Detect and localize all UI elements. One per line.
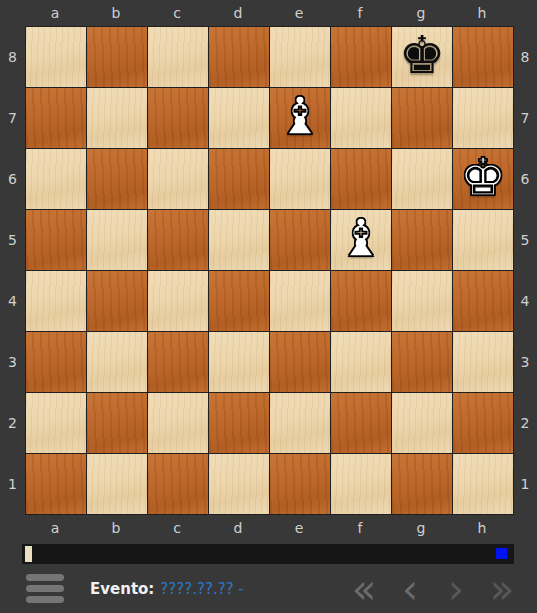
square-b5[interactable] [87,210,147,270]
square-b1[interactable] [87,454,147,514]
file-label-f: f [330,515,390,541]
square-a4[interactable] [26,271,86,331]
square-g1[interactable] [392,454,452,514]
chess-viewer: abcdefgh 87654321 ♚♝♚♝ 87654321 abcdefgh… [0,0,537,613]
square-c7[interactable] [148,88,208,148]
file-label-a: a [25,515,85,541]
game-seekbar[interactable] [22,544,514,564]
rank-label-3: 3 [514,332,536,392]
white-king: ♚ [460,151,507,203]
rank-label-1: 1 [0,454,25,514]
square-b7[interactable] [87,88,147,148]
first-move-button[interactable]: « [343,567,385,611]
square-e7[interactable]: ♝ [270,88,330,148]
square-f2[interactable] [331,393,391,453]
file-label-c: c [147,0,207,26]
rank-label-5: 5 [0,210,25,270]
square-b8[interactable] [87,27,147,87]
square-c2[interactable] [148,393,208,453]
square-c4[interactable] [148,271,208,331]
square-f8[interactable] [331,27,391,87]
square-a2[interactable] [26,393,86,453]
rank-label-2: 2 [514,393,536,453]
file-label-e: e [269,515,329,541]
square-f6[interactable] [331,149,391,209]
last-move-button[interactable]: » [481,567,523,611]
square-h4[interactable] [453,271,513,331]
file-label-d: d [208,0,268,26]
file-label-h: h [452,515,512,541]
square-h8[interactable] [453,27,513,87]
file-label-g: g [391,515,451,541]
square-e3[interactable] [270,332,330,392]
rank-labels-left: 87654321 [0,26,25,515]
square-d1[interactable] [209,454,269,514]
square-a3[interactable] [26,332,86,392]
square-e4[interactable] [270,271,330,331]
file-labels-top: abcdefgh [25,0,537,26]
prev-move-button[interactable]: ‹ [389,567,431,611]
square-d8[interactable] [209,27,269,87]
event-info: Evento:????.??.?? - [90,580,244,598]
square-b6[interactable] [87,149,147,209]
square-h2[interactable] [453,393,513,453]
file-label-f: f [330,0,390,26]
file-labels-bottom: abcdefgh [25,515,537,541]
square-a7[interactable] [26,88,86,148]
white-bishop: ♝ [338,212,385,264]
square-d5[interactable] [209,210,269,270]
square-d7[interactable] [209,88,269,148]
square-a5[interactable] [26,210,86,270]
event-label: Evento: [90,580,154,598]
square-c6[interactable] [148,149,208,209]
square-f5[interactable]: ♝ [331,210,391,270]
square-e5[interactable] [270,210,330,270]
rank-label-1: 1 [514,454,536,514]
square-e2[interactable] [270,393,330,453]
square-g6[interactable] [392,149,452,209]
square-d4[interactable] [209,271,269,331]
square-g3[interactable] [392,332,452,392]
square-f4[interactable] [331,271,391,331]
square-c3[interactable] [148,332,208,392]
file-label-e: e [269,0,329,26]
file-label-d: d [208,515,268,541]
file-label-h: h [452,0,512,26]
rank-label-6: 6 [514,149,536,209]
rank-label-7: 7 [514,88,536,148]
file-label-b: b [86,0,146,26]
square-f7[interactable] [331,88,391,148]
black-king: ♚ [399,29,446,81]
square-h6[interactable]: ♚ [453,149,513,209]
square-e8[interactable] [270,27,330,87]
chess-board: ♚♝♚♝ [25,26,514,515]
square-g8[interactable]: ♚ [392,27,452,87]
square-h1[interactable] [453,454,513,514]
file-label-c: c [147,515,207,541]
file-label-g: g [391,0,451,26]
rank-label-8: 8 [514,27,536,87]
rank-label-2: 2 [0,393,25,453]
square-g2[interactable] [392,393,452,453]
square-g7[interactable] [392,88,452,148]
event-value-link[interactable]: ????.??.?? - [160,580,243,598]
square-g4[interactable] [392,271,452,331]
rank-label-4: 4 [0,271,25,331]
square-c1[interactable] [148,454,208,514]
square-c5[interactable] [148,210,208,270]
rank-label-6: 6 [0,149,25,209]
rank-label-3: 3 [0,332,25,392]
file-label-a: a [25,0,85,26]
square-h7[interactable] [453,88,513,148]
next-move-button[interactable]: › [435,567,477,611]
square-b3[interactable] [87,332,147,392]
square-h5[interactable] [453,210,513,270]
square-d6[interactable] [209,149,269,209]
square-b2[interactable] [87,393,147,453]
square-e6[interactable] [270,149,330,209]
seekbar-position-marker[interactable] [25,546,32,562]
square-d2[interactable] [209,393,269,453]
square-a6[interactable] [26,149,86,209]
square-a1[interactable] [26,454,86,514]
rank-label-8: 8 [0,27,25,87]
square-f3[interactable] [331,332,391,392]
square-a8[interactable] [26,27,86,87]
white-bishop: ♝ [277,90,324,142]
square-b4[interactable] [87,271,147,331]
square-c8[interactable] [148,27,208,87]
rank-labels-right: 87654321 [514,26,536,515]
file-label-b: b [86,515,146,541]
square-d3[interactable] [209,332,269,392]
rank-label-5: 5 [514,210,536,270]
rank-label-7: 7 [0,88,25,148]
square-g5[interactable] [392,210,452,270]
rank-label-4: 4 [514,271,536,331]
square-f1[interactable] [331,454,391,514]
move-navigation: « ‹ › » [343,567,523,611]
menu-icon[interactable] [26,574,64,603]
square-e1[interactable] [270,454,330,514]
seekbar-end-marker [496,548,507,559]
square-h3[interactable] [453,332,513,392]
bottom-toolbar: Evento:????.??.?? - « ‹ › » [0,564,537,613]
